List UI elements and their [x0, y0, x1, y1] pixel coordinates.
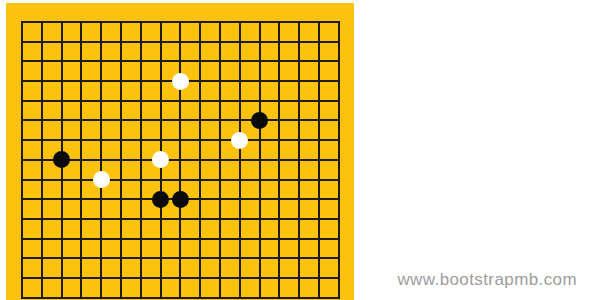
board-cell[interactable]: [63, 220, 83, 240]
board-cell[interactable]: [102, 200, 122, 220]
board-cell[interactable]: [43, 121, 63, 141]
board-cell[interactable]: [181, 141, 201, 161]
board-cell[interactable]: [181, 240, 201, 260]
board-cell[interactable]: [280, 181, 300, 201]
board-cell[interactable]: [201, 279, 221, 299]
board-cell[interactable]: [63, 141, 83, 161]
board-cell[interactable]: [122, 161, 142, 181]
board-cell[interactable]: [280, 279, 300, 299]
board-cell[interactable]: [241, 82, 261, 102]
board-cell[interactable]: [320, 279, 340, 299]
board-cell[interactable]: [221, 102, 241, 122]
board-cell[interactable]: [142, 161, 162, 181]
board-cell[interactable]: [23, 200, 43, 220]
board-cell[interactable]: [122, 62, 142, 82]
board-cell[interactable]: [162, 259, 182, 279]
board-cell[interactable]: [221, 141, 241, 161]
board-cell[interactable]: [63, 279, 83, 299]
board-cell[interactable]: [23, 220, 43, 240]
board-cell[interactable]: [280, 43, 300, 63]
board-cell[interactable]: [181, 43, 201, 63]
board-cell[interactable]: [43, 220, 63, 240]
board-cell[interactable]: [221, 23, 241, 43]
go-board: [6, 3, 354, 300]
board-cell[interactable]: [162, 23, 182, 43]
board-cell[interactable]: [162, 141, 182, 161]
board-cell[interactable]: [82, 62, 102, 82]
board-cell[interactable]: [201, 200, 221, 220]
board-cell[interactable]: [201, 141, 221, 161]
board-cell[interactable]: [63, 259, 83, 279]
board-cell[interactable]: [23, 121, 43, 141]
board-cell[interactable]: [82, 181, 102, 201]
board-cell[interactable]: [241, 102, 261, 122]
board-cell[interactable]: [181, 102, 201, 122]
board-cell[interactable]: [201, 121, 221, 141]
board-cell[interactable]: [162, 200, 182, 220]
page: www.bootstrapmb.com: [0, 0, 590, 300]
board-cell[interactable]: [102, 259, 122, 279]
board-cell[interactable]: [122, 23, 142, 43]
board-cell[interactable]: [142, 43, 162, 63]
board-cell[interactable]: [82, 279, 102, 299]
board-cell[interactable]: [43, 279, 63, 299]
board-cell[interactable]: [221, 279, 241, 299]
board-cell[interactable]: [241, 141, 261, 161]
board-cell[interactable]: [261, 220, 281, 240]
board-cell[interactable]: [221, 62, 241, 82]
board-cell[interactable]: [241, 259, 261, 279]
board-cell[interactable]: [201, 259, 221, 279]
board-cell[interactable]: [201, 161, 221, 181]
board-cell[interactable]: [221, 220, 241, 240]
board-cell[interactable]: [63, 200, 83, 220]
board-cell[interactable]: [162, 43, 182, 63]
board-cell[interactable]: [320, 141, 340, 161]
board-cell[interactable]: [241, 121, 261, 141]
board-cell[interactable]: [181, 62, 201, 82]
board-cell[interactable]: [142, 121, 162, 141]
board-cell[interactable]: [261, 181, 281, 201]
board-cell[interactable]: [261, 23, 281, 43]
board-cell[interactable]: [63, 161, 83, 181]
board-cell[interactable]: [162, 62, 182, 82]
board-cell[interactable]: [241, 62, 261, 82]
board-cell[interactable]: [102, 43, 122, 63]
board-cell[interactable]: [142, 200, 162, 220]
board-cell[interactable]: [300, 240, 320, 260]
board-cell[interactable]: [181, 23, 201, 43]
board-cell[interactable]: [320, 181, 340, 201]
board-cell[interactable]: [63, 102, 83, 122]
board-cell[interactable]: [142, 279, 162, 299]
board-cell[interactable]: [23, 62, 43, 82]
board-cell[interactable]: [122, 240, 142, 260]
board-cell[interactable]: [221, 82, 241, 102]
board-cell[interactable]: [280, 62, 300, 82]
board-cell[interactable]: [23, 279, 43, 299]
board-cell[interactable]: [23, 240, 43, 260]
board-cell[interactable]: [280, 102, 300, 122]
board-cell[interactable]: [280, 259, 300, 279]
board-cell[interactable]: [122, 102, 142, 122]
board-cell[interactable]: [63, 121, 83, 141]
board-cell[interactable]: [201, 43, 221, 63]
board-cell[interactable]: [102, 279, 122, 299]
board-cell[interactable]: [300, 200, 320, 220]
board-cell[interactable]: [181, 181, 201, 201]
board-cell[interactable]: [221, 200, 241, 220]
board-cell[interactable]: [82, 200, 102, 220]
board-cell[interactable]: [201, 240, 221, 260]
board-cell[interactable]: [122, 82, 142, 102]
board-cell[interactable]: [320, 62, 340, 82]
board-cell[interactable]: [23, 181, 43, 201]
board-cell[interactable]: [241, 23, 261, 43]
board-cell[interactable]: [201, 181, 221, 201]
board-cell[interactable]: [221, 181, 241, 201]
board-cell[interactable]: [241, 220, 261, 240]
board-cell[interactable]: [261, 279, 281, 299]
board-cell[interactable]: [241, 43, 261, 63]
board-cell[interactable]: [142, 82, 162, 102]
board-cell[interactable]: [23, 43, 43, 63]
board-cell[interactable]: [300, 23, 320, 43]
board-cell[interactable]: [261, 82, 281, 102]
board-cell[interactable]: [82, 240, 102, 260]
board-cell[interactable]: [63, 240, 83, 260]
board-cell[interactable]: [181, 121, 201, 141]
board-cell[interactable]: [280, 82, 300, 102]
board-cell[interactable]: [221, 121, 241, 141]
board-cell[interactable]: [181, 200, 201, 220]
board-cell[interactable]: [300, 121, 320, 141]
board-cell[interactable]: [181, 259, 201, 279]
board-cell[interactable]: [122, 259, 142, 279]
board-cell[interactable]: [320, 82, 340, 102]
board-cell[interactable]: [300, 181, 320, 201]
board-cell[interactable]: [122, 200, 142, 220]
board-cell[interactable]: [300, 141, 320, 161]
board-cell[interactable]: [221, 43, 241, 63]
board-cell[interactable]: [162, 181, 182, 201]
board-cell[interactable]: [102, 181, 122, 201]
board-cell[interactable]: [221, 161, 241, 181]
board-cell[interactable]: [102, 62, 122, 82]
board-cell[interactable]: [320, 259, 340, 279]
board-cell[interactable]: [43, 161, 63, 181]
board-cell[interactable]: [23, 141, 43, 161]
board-cell[interactable]: [142, 62, 162, 82]
board-cell[interactable]: [300, 259, 320, 279]
board-cell[interactable]: [43, 43, 63, 63]
board-cell[interactable]: [300, 161, 320, 181]
board-cell[interactable]: [280, 121, 300, 141]
board-cell[interactable]: [142, 102, 162, 122]
board-cell[interactable]: [102, 121, 122, 141]
board-cell[interactable]: [82, 220, 102, 240]
board-cell[interactable]: [82, 43, 102, 63]
board-cell[interactable]: [201, 102, 221, 122]
board-cell[interactable]: [261, 161, 281, 181]
board-cell[interactable]: [162, 220, 182, 240]
board-cell[interactable]: [162, 102, 182, 122]
board-cell[interactable]: [142, 141, 162, 161]
board-cell[interactable]: [300, 43, 320, 63]
board-cell[interactable]: [162, 121, 182, 141]
board-cell[interactable]: [23, 82, 43, 102]
board-cell[interactable]: [201, 62, 221, 82]
board-cell[interactable]: [142, 259, 162, 279]
board-cell[interactable]: [43, 82, 63, 102]
board-cell[interactable]: [102, 220, 122, 240]
board-cell[interactable]: [181, 161, 201, 181]
board-cell[interactable]: [43, 102, 63, 122]
board-cell[interactable]: [300, 82, 320, 102]
board-cell[interactable]: [261, 62, 281, 82]
board-cell[interactable]: [43, 259, 63, 279]
board-cell[interactable]: [320, 102, 340, 122]
board-cell[interactable]: [63, 181, 83, 201]
board-cell[interactable]: [82, 259, 102, 279]
board-cell[interactable]: [142, 240, 162, 260]
board-cell[interactable]: [181, 220, 201, 240]
board-cell[interactable]: [23, 23, 43, 43]
board-cell[interactable]: [280, 200, 300, 220]
board-cell[interactable]: [241, 200, 261, 220]
board-cell[interactable]: [82, 161, 102, 181]
board-cell[interactable]: [300, 220, 320, 240]
board-cell[interactable]: [241, 240, 261, 260]
board-cell[interactable]: [122, 121, 142, 141]
board-cell[interactable]: [122, 279, 142, 299]
board-cell[interactable]: [142, 220, 162, 240]
board-cell[interactable]: [43, 23, 63, 43]
board-cell[interactable]: [63, 23, 83, 43]
board-cell[interactable]: [162, 240, 182, 260]
board-cell[interactable]: [43, 240, 63, 260]
board-cell[interactable]: [201, 82, 221, 102]
board-cell[interactable]: [43, 141, 63, 161]
board-cell[interactable]: [162, 82, 182, 102]
board-cell[interactable]: [320, 200, 340, 220]
board-cell[interactable]: [261, 102, 281, 122]
board-cell[interactable]: [102, 141, 122, 161]
board-cell[interactable]: [280, 240, 300, 260]
board-cell[interactable]: [43, 62, 63, 82]
board-cell[interactable]: [102, 82, 122, 102]
board-cell[interactable]: [241, 161, 261, 181]
board-cell[interactable]: [122, 43, 142, 63]
board-cell[interactable]: [261, 43, 281, 63]
board-cell[interactable]: [23, 259, 43, 279]
board-cell[interactable]: [261, 259, 281, 279]
board-cell[interactable]: [241, 279, 261, 299]
board-cell[interactable]: [82, 141, 102, 161]
board-cell[interactable]: [82, 102, 102, 122]
board-cell[interactable]: [280, 220, 300, 240]
board-cell[interactable]: [23, 161, 43, 181]
board-cell[interactable]: [320, 43, 340, 63]
board-cell[interactable]: [82, 121, 102, 141]
board-cell[interactable]: [122, 141, 142, 161]
board-cell[interactable]: [162, 161, 182, 181]
board-cell[interactable]: [82, 23, 102, 43]
board-cell[interactable]: [142, 181, 162, 201]
board-cell[interactable]: [280, 23, 300, 43]
board-cell[interactable]: [261, 141, 281, 161]
board-cell[interactable]: [201, 23, 221, 43]
board-cell[interactable]: [82, 82, 102, 102]
board-cell[interactable]: [162, 279, 182, 299]
board-cell[interactable]: [63, 43, 83, 63]
board-cell[interactable]: [320, 121, 340, 141]
board-cell[interactable]: [142, 23, 162, 43]
board-cell[interactable]: [261, 200, 281, 220]
board-cell[interactable]: [280, 161, 300, 181]
board-cell[interactable]: [300, 102, 320, 122]
board-cell[interactable]: [241, 181, 261, 201]
board-cell[interactable]: [63, 82, 83, 102]
board-grid: [21, 21, 340, 299]
board-cell[interactable]: [43, 200, 63, 220]
board-cell[interactable]: [320, 23, 340, 43]
board-cell[interactable]: [320, 161, 340, 181]
board-cell[interactable]: [63, 62, 83, 82]
board-cell[interactable]: [122, 181, 142, 201]
board-cell[interactable]: [280, 141, 300, 161]
watermark: www.bootstrapmb.com: [397, 270, 577, 290]
board-cell[interactable]: [23, 102, 43, 122]
board-cell[interactable]: [102, 240, 122, 260]
board-cell[interactable]: [181, 279, 201, 299]
board-cell[interactable]: [43, 181, 63, 201]
board-cell[interactable]: [102, 23, 122, 43]
board-cell[interactable]: [261, 240, 281, 260]
board-cell[interactable]: [300, 279, 320, 299]
board-cell[interactable]: [320, 220, 340, 240]
board-cell[interactable]: [181, 82, 201, 102]
board-cell[interactable]: [221, 259, 241, 279]
board-cell[interactable]: [102, 161, 122, 181]
board-cell[interactable]: [221, 240, 241, 260]
board-cell[interactable]: [261, 121, 281, 141]
board-cell[interactable]: [201, 220, 221, 240]
board-cell[interactable]: [300, 62, 320, 82]
board-cell[interactable]: [102, 102, 122, 122]
board-cell[interactable]: [320, 240, 340, 260]
board-cell[interactable]: [122, 220, 142, 240]
